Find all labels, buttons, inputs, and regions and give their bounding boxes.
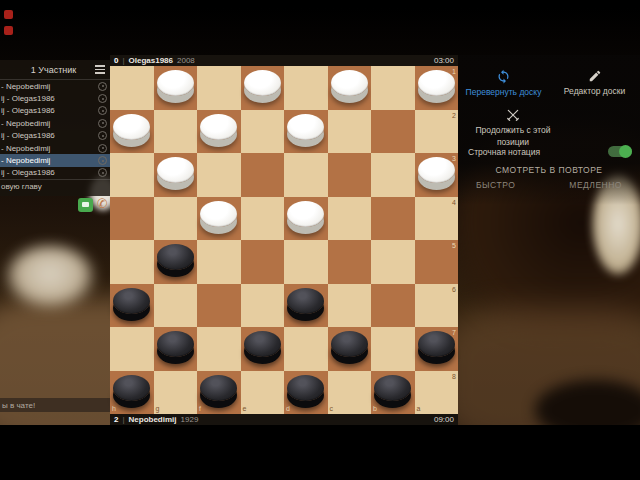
sidebar-footer-item[interactable]: овую главу — [0, 179, 110, 193]
square-e6[interactable] — [241, 284, 285, 328]
bottom-player-bar: 2 | Nepobedimij 1929 09:00 — [110, 414, 458, 425]
square-e3[interactable] — [241, 153, 285, 197]
top-player-rating: 2008 — [177, 56, 195, 65]
square-b3[interactable] — [371, 153, 415, 197]
file-label-d: d — [286, 405, 290, 412]
rank-label-1: 1 — [452, 68, 456, 75]
item-options-icon[interactable] — [98, 168, 107, 177]
sidebar-item-6[interactable]: - Nepobedimij — [0, 154, 110, 166]
square-g5[interactable] — [154, 240, 198, 284]
item-options-icon[interactable] — [98, 144, 107, 153]
square-h1[interactable] — [110, 66, 154, 110]
square-b8[interactable]: b — [371, 371, 415, 415]
sidebar-item-4[interactable]: ij - Olegas1986 — [0, 130, 110, 142]
file-label-c: c — [330, 405, 334, 412]
top-player-score: 0 — [114, 56, 118, 65]
board-editor-label: Редактор доски — [564, 86, 625, 96]
board: 1234567hgfedcba8 — [110, 66, 458, 414]
square-h3[interactable] — [110, 153, 154, 197]
black-man-d6[interactable] — [287, 288, 324, 314]
letterbox-bottom — [0, 425, 640, 480]
square-e7[interactable] — [241, 327, 285, 371]
separator: | — [122, 56, 124, 65]
app-window: 1 Участник - Nepobedimijij - Olegas1986i… — [0, 0, 640, 480]
file-label-h: h — [112, 405, 116, 412]
square-d1[interactable] — [284, 66, 328, 110]
white-man-d4[interactable] — [287, 201, 324, 227]
square-d2[interactable] — [284, 110, 328, 154]
square-f6[interactable] — [197, 284, 241, 328]
participants-count: 1 Участник — [0, 65, 95, 75]
white-man-h2[interactable] — [113, 114, 150, 140]
white-man-f2[interactable] — [200, 114, 237, 140]
sidebar: 1 Участник - Nepobedimijij - Olegas1986i… — [0, 60, 110, 196]
square-f4[interactable] — [197, 197, 241, 241]
square-f3[interactable] — [197, 153, 241, 197]
flip-board-label: Перевернуть доску — [466, 87, 542, 97]
square-c8[interactable]: c — [328, 371, 372, 415]
square-a2[interactable]: 2 — [415, 110, 459, 154]
sidebar-item-label: - Nepobedimij — [1, 82, 98, 91]
square-c4[interactable] — [328, 197, 372, 241]
square-g3[interactable] — [154, 153, 198, 197]
rank-label-2: 2 — [452, 112, 456, 119]
white-man-d2[interactable] — [287, 114, 324, 140]
white-man-c1[interactable] — [331, 70, 368, 96]
sidebar-item-label: - Nepobedimij — [1, 156, 98, 165]
square-c5[interactable] — [328, 240, 372, 284]
watch-replay-label: СМОТРЕТЬ В ПОВТОРЕ — [458, 165, 640, 175]
square-h4[interactable] — [110, 197, 154, 241]
rank-label-5: 5 — [452, 242, 456, 249]
sidebar-item-0[interactable]: - Nepobedimij — [0, 80, 110, 92]
sidebar-item-label: ij - Olegas1986 — [1, 131, 98, 140]
sidebar-item-5[interactable]: - Nepobedimij — [0, 142, 110, 154]
crossed-swords-icon — [505, 107, 521, 123]
participants-header: 1 Участник — [0, 60, 110, 80]
rank-label-4: 4 — [452, 199, 456, 206]
recorder-icon-2 — [4, 26, 13, 35]
square-d6[interactable] — [284, 284, 328, 328]
flip-board-icon — [496, 69, 511, 84]
notation-toggle[interactable] — [608, 146, 632, 157]
square-b2[interactable] — [371, 110, 415, 154]
bottom-player-clock: 09:00 — [434, 415, 454, 424]
square-e5[interactable] — [241, 240, 285, 284]
chat-status-text: ы в чате! — [2, 401, 35, 410]
white-man-a3[interactable] — [418, 157, 455, 183]
bottom-player-rating: 1929 — [181, 415, 199, 424]
square-h6[interactable] — [110, 284, 154, 328]
black-man-h6[interactable] — [113, 288, 150, 314]
item-options-icon[interactable] — [98, 131, 107, 140]
item-options-icon[interactable] — [98, 156, 107, 165]
square-c7[interactable] — [328, 327, 372, 371]
continue-label-1: Продолжить с этой — [476, 125, 551, 135]
board-editor-button[interactable]: Редактор доски — [549, 69, 640, 97]
item-options-icon[interactable] — [98, 106, 107, 115]
square-g1[interactable] — [154, 66, 198, 110]
square-b6[interactable] — [371, 284, 415, 328]
rank-label-6: 6 — [452, 286, 456, 293]
square-c2[interactable] — [328, 110, 372, 154]
square-a4[interactable]: 4 — [415, 197, 459, 241]
sidebar-item-3[interactable]: - Nepobedimij — [0, 117, 110, 129]
item-options-icon[interactable] — [98, 94, 107, 103]
continue-from-position-button[interactable]: Продолжить с этой позиции — [458, 107, 568, 147]
sidebar-item-7[interactable]: ij - Olegas1986 — [0, 167, 110, 179]
square-d3[interactable] — [284, 153, 328, 197]
white-man-g1[interactable] — [157, 70, 194, 96]
bottom-player-name: Nepobedimij — [129, 415, 177, 424]
square-g2[interactable] — [154, 110, 198, 154]
chat-status-strip[interactable]: ы в чате! — [0, 398, 110, 412]
square-b5[interactable] — [371, 240, 415, 284]
black-man-g7[interactable] — [157, 331, 194, 357]
letterbox-top — [0, 0, 640, 8]
rank-label-7: 7 — [452, 329, 456, 336]
square-a8[interactable]: a8 — [415, 371, 459, 415]
flip-board-button[interactable]: Перевернуть доску — [458, 69, 549, 97]
top-player-name: Olegas1986 — [129, 56, 173, 65]
file-label-a: a — [417, 405, 421, 412]
chat-icon[interactable] — [78, 198, 93, 212]
sidebar-item-label: ij - Olegas1986 — [1, 168, 98, 177]
square-e1[interactable] — [241, 66, 285, 110]
white-man-e1[interactable] — [244, 70, 281, 96]
bottom-player-score: 2 — [114, 415, 118, 424]
square-a6[interactable]: 6 — [415, 284, 459, 328]
black-man-f8[interactable] — [200, 375, 237, 401]
black-man-c7[interactable] — [331, 331, 368, 357]
call-row: ✆ — [0, 196, 110, 216]
square-b4[interactable] — [371, 197, 415, 241]
rank-label-3: 3 — [452, 155, 456, 162]
square-b7[interactable] — [371, 327, 415, 371]
square-h2[interactable] — [110, 110, 154, 154]
square-f8[interactable]: f — [197, 371, 241, 415]
file-label-b: b — [373, 405, 377, 412]
sidebar-item-label: ij - Olegas1986 — [1, 94, 98, 103]
square-d7[interactable] — [284, 327, 328, 371]
square-d8[interactable]: d — [284, 371, 328, 415]
black-man-b8[interactable] — [374, 375, 411, 401]
square-g7[interactable] — [154, 327, 198, 371]
notation-toggle-label: Строчная нотация — [468, 147, 540, 157]
sidebar-item-label: ij - Olegas1986 — [1, 106, 98, 115]
item-options-icon[interactable] — [98, 82, 107, 91]
game-list: - Nepobedimijij - Olegas1986ij - Olegas1… — [0, 80, 110, 179]
menu-icon[interactable] — [95, 65, 105, 74]
file-label-g: g — [156, 405, 160, 412]
square-a7[interactable]: 7 — [415, 327, 459, 371]
square-c1[interactable] — [328, 66, 372, 110]
black-man-d8[interactable] — [287, 375, 324, 401]
square-f1[interactable] — [197, 66, 241, 110]
square-e4[interactable] — [241, 197, 285, 241]
sidebar-item-label: - Nepobedimij — [1, 119, 98, 128]
square-g4[interactable] — [154, 197, 198, 241]
square-f7[interactable] — [197, 327, 241, 371]
black-man-e7[interactable] — [244, 331, 281, 357]
square-c3[interactable] — [328, 153, 372, 197]
square-h8[interactable]: h — [110, 371, 154, 415]
separator: | — [122, 415, 124, 424]
square-d5[interactable] — [284, 240, 328, 284]
white-man-f4[interactable] — [200, 201, 237, 227]
file-label-f: f — [199, 405, 201, 412]
white-man-a1[interactable] — [418, 70, 455, 96]
square-e8[interactable]: e — [241, 371, 285, 415]
recorder-icon-1 — [4, 10, 13, 19]
pencil-icon — [588, 69, 602, 83]
control-panel: Перевернуть доску Редактор доски Продолж… — [458, 55, 640, 205]
top-player-bar: 0 | Olegas1986 2008 03:00 — [110, 55, 458, 66]
sidebar-item-label: - Nepobedimij — [1, 144, 98, 153]
square-e2[interactable] — [241, 110, 285, 154]
square-h5[interactable] — [110, 240, 154, 284]
square-g8[interactable]: g — [154, 371, 198, 415]
square-a1[interactable]: 1 — [415, 66, 459, 110]
square-f5[interactable] — [197, 240, 241, 284]
square-b1[interactable] — [371, 66, 415, 110]
square-g6[interactable] — [154, 284, 198, 328]
black-man-a7[interactable] — [418, 331, 455, 357]
square-f2[interactable] — [197, 110, 241, 154]
white-man-g3[interactable] — [157, 157, 194, 183]
black-man-h8[interactable] — [113, 375, 150, 401]
sidebar-item-1[interactable]: ij - Olegas1986 — [0, 92, 110, 104]
square-a5[interactable]: 5 — [415, 240, 459, 284]
square-h7[interactable] — [110, 327, 154, 371]
black-man-g5[interactable] — [157, 244, 194, 270]
replay-fast-button[interactable]: БЫСТРО — [476, 180, 515, 190]
file-label-e: e — [243, 405, 247, 412]
square-c6[interactable] — [328, 284, 372, 328]
phone-icon[interactable]: ✆ — [97, 196, 108, 211]
rank-label-8: 8 — [452, 373, 456, 380]
top-player-clock: 03:00 — [434, 56, 454, 65]
square-d4[interactable] — [284, 197, 328, 241]
replay-slow-button[interactable]: МЕДЛЕННО — [569, 180, 622, 190]
sidebar-item-2[interactable]: ij - Olegas1986 — [0, 105, 110, 117]
square-a3[interactable]: 3 — [415, 153, 459, 197]
item-options-icon[interactable] — [98, 119, 107, 128]
